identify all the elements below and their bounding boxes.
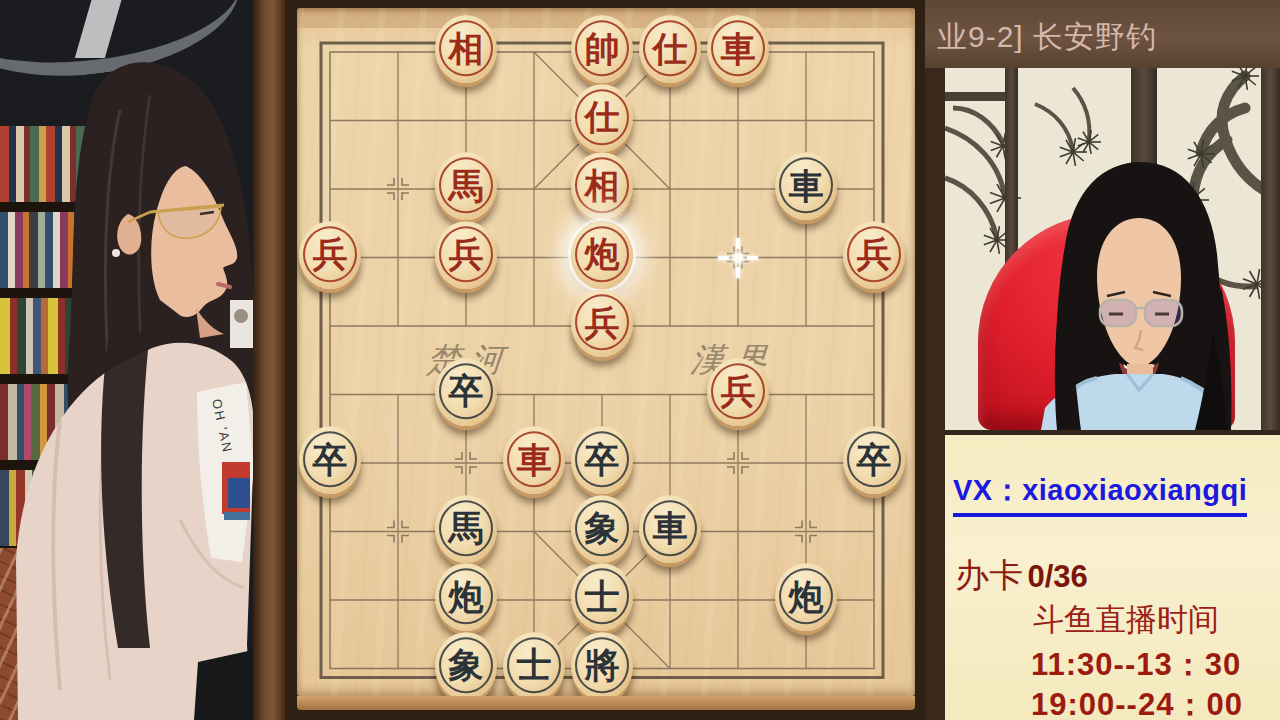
- card-label: 办卡: [955, 555, 1023, 595]
- piece-black-pawn[interactable]: 卒: [843, 426, 905, 494]
- board-bevel: [297, 696, 915, 710]
- piece-black-cannon[interactable]: 炮: [775, 563, 837, 631]
- piece-red-pawn[interactable]: 兵: [299, 221, 361, 289]
- stream-title-bar: 业9-2] 长安野钓: [925, 0, 1280, 68]
- piece-glyph: 炮: [435, 569, 497, 623]
- piece-glyph: 仕: [639, 21, 701, 75]
- wechat-contact: VX：xiaoxiaoxiangqi: [953, 471, 1247, 517]
- stream-title: 业9-2] 长安野钓: [937, 17, 1157, 58]
- piece-glyph: 相: [435, 21, 497, 75]
- left-camera-photo: OH 'AN: [0, 0, 285, 720]
- xiangqi-board-area: 楚河 漢界 相帥仕車仕馬相車兵兵炮兵兵卒兵卒車卒卒馬象車炮士炮象士將: [285, 0, 925, 720]
- photo-card: [230, 300, 254, 348]
- piece-black-pawn[interactable]: 卒: [571, 426, 633, 494]
- piece-black-elephant[interactable]: 象: [435, 632, 497, 696]
- stream-screen: OH 'AN 楚河 漢界 相帥仕車仕馬相車兵兵炮兵兵卒兵卒車卒卒馬象車炮士炮象士…: [0, 0, 1280, 720]
- piece-glyph: 卒: [299, 432, 361, 486]
- stream-info-panel: VX：xiaoxiaoxiangqi 办卡 0/36 斗鱼直播时间 11:30-…: [945, 430, 1280, 720]
- doorframe-wood-strip: [253, 0, 285, 720]
- schedule-time-2: 19:00--24：00: [1031, 684, 1243, 720]
- piece-glyph: 馬: [435, 158, 497, 212]
- piece-black-chariot[interactable]: 車: [775, 152, 837, 220]
- piece-red-pawn[interactable]: 兵: [843, 221, 905, 289]
- piece-red-cannon[interactable]: 炮: [571, 221, 633, 289]
- piece-glyph: 卒: [843, 432, 905, 486]
- cursor-crosshair: [718, 238, 758, 278]
- pieces-layer: 相帥仕車仕馬相車兵兵炮兵兵卒兵卒車卒卒馬象車炮士炮象士將: [297, 8, 915, 696]
- piece-glyph: 車: [707, 21, 769, 75]
- piece-glyph: 兵: [299, 227, 361, 281]
- card-count: 0/36: [1027, 559, 1087, 594]
- wechat-id: xiaoxiaoxiangqi: [1022, 474, 1247, 506]
- card-progress: 办卡 0/36: [955, 553, 1088, 599]
- streamer-webcam: [945, 68, 1280, 430]
- piece-red-horse[interactable]: 馬: [435, 152, 497, 220]
- piece-glyph: 馬: [435, 501, 497, 555]
- streamer-illustration: [945, 68, 1280, 430]
- piece-black-king[interactable]: 將: [571, 632, 633, 696]
- piece-red-elephant[interactable]: 相: [435, 15, 497, 83]
- piece-red-elephant[interactable]: 相: [571, 152, 633, 220]
- piece-glyph: 士: [503, 638, 565, 692]
- piece-glyph: 象: [435, 638, 497, 692]
- piece-red-king[interactable]: 帥: [571, 15, 633, 83]
- piece-black-advisor[interactable]: 士: [503, 632, 565, 696]
- right-section: 业9-2] 长安野钓: [925, 0, 1280, 720]
- xiangqi-board[interactable]: 楚河 漢界 相帥仕車仕馬相車兵兵炮兵兵卒兵卒車卒卒馬象車炮士炮象士將: [297, 8, 915, 696]
- piece-red-chariot[interactable]: 車: [503, 426, 565, 494]
- piece-glyph: 車: [503, 432, 565, 486]
- piece-glyph: 將: [571, 638, 633, 692]
- piece-black-horse[interactable]: 馬: [435, 495, 497, 563]
- piece-black-elephant[interactable]: 象: [571, 495, 633, 563]
- piece-glyph: 卒: [571, 432, 633, 486]
- piece-glyph: 車: [639, 501, 701, 555]
- piece-black-cannon[interactable]: 炮: [435, 563, 497, 631]
- schedule-title: 斗鱼直播时间: [1033, 599, 1219, 641]
- piece-glyph: 象: [571, 501, 633, 555]
- piece-glyph: 仕: [571, 90, 633, 144]
- earring: [112, 249, 120, 257]
- piece-glyph: 炮: [775, 569, 837, 623]
- piece-glyph: 卒: [435, 364, 497, 418]
- piece-red-pawn[interactable]: 兵: [571, 289, 633, 357]
- piece-red-pawn[interactable]: 兵: [435, 221, 497, 289]
- piece-glyph: 兵: [843, 227, 905, 281]
- piece-glyph: 車: [775, 158, 837, 212]
- piece-red-chariot[interactable]: 車: [707, 15, 769, 83]
- piece-black-pawn[interactable]: 卒: [435, 358, 497, 426]
- piece-glyph: 兵: [571, 295, 633, 349]
- piece-glyph: 帥: [571, 21, 633, 75]
- piece-red-advisor[interactable]: 仕: [639, 15, 701, 83]
- wechat-label: VX：: [953, 474, 1022, 506]
- left-woman-illustration: OH 'AN: [0, 0, 285, 720]
- piece-glyph: 炮: [571, 227, 633, 281]
- piece-black-advisor[interactable]: 士: [571, 563, 633, 631]
- piece-black-pawn[interactable]: 卒: [299, 426, 361, 494]
- piece-glyph: 兵: [435, 227, 497, 281]
- piece-glyph: 兵: [707, 364, 769, 418]
- piece-red-pawn[interactable]: 兵: [707, 358, 769, 426]
- piece-glyph: 士: [571, 569, 633, 623]
- piece-black-chariot[interactable]: 車: [639, 495, 701, 563]
- schedule-time-1: 11:30--13：30: [1031, 644, 1241, 686]
- piece-glyph: 相: [571, 158, 633, 212]
- piece-red-advisor[interactable]: 仕: [571, 84, 633, 152]
